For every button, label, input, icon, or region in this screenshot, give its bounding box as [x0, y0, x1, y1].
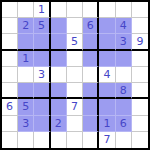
given-digit: 3 [120, 36, 127, 47]
cell-r6c3[interactable] [34, 83, 50, 99]
cell-r2c3[interactable]: 5 [34, 18, 50, 34]
cell-r9c5[interactable] [67, 132, 83, 148]
cell-r1c4[interactable] [51, 2, 67, 18]
given-digit: 5 [38, 20, 45, 31]
cell-r7c3[interactable] [34, 99, 50, 115]
cell-r7c2[interactable]: 5 [18, 99, 34, 115]
cell-r1c6[interactable] [83, 2, 99, 18]
cell-r7c8[interactable] [116, 99, 132, 115]
cell-r7c7[interactable] [99, 99, 115, 115]
cell-r2c1[interactable] [2, 18, 18, 34]
cell-r2c4[interactable] [51, 18, 67, 34]
cell-r5c4[interactable] [51, 67, 67, 83]
cell-r5c6[interactable] [83, 67, 99, 83]
given-digit: 5 [22, 101, 29, 112]
cell-r6c6[interactable] [83, 83, 99, 99]
given-digit: 6 [6, 101, 13, 112]
cell-r4c2[interactable]: 1 [18, 51, 34, 67]
cell-r1c8[interactable] [116, 2, 132, 18]
cell-r4c8[interactable] [116, 51, 132, 67]
cell-r2c8[interactable]: 4 [116, 18, 132, 34]
cell-r8c7[interactable]: 1 [99, 116, 115, 132]
cell-r7c4[interactable] [51, 99, 67, 115]
given-digit: 1 [38, 4, 45, 15]
cell-r7c9[interactable] [132, 99, 148, 115]
cell-r5c5[interactable] [67, 67, 83, 83]
cell-r2c7[interactable] [99, 18, 115, 34]
cell-r7c1[interactable]: 6 [2, 99, 18, 115]
cell-r5c2[interactable] [18, 67, 34, 83]
cell-r6c8[interactable]: 8 [116, 83, 132, 99]
cell-r8c4[interactable]: 2 [51, 116, 67, 132]
cell-r6c4[interactable] [51, 83, 67, 99]
given-digit: 3 [38, 69, 45, 80]
cell-r7c6[interactable] [83, 99, 99, 115]
cell-r2c9[interactable] [132, 18, 148, 34]
given-digit: 1 [103, 118, 110, 129]
cell-r3c9[interactable]: 9 [132, 34, 148, 50]
given-digit: 6 [87, 20, 94, 31]
cell-r3c7[interactable] [99, 34, 115, 50]
cell-r8c9[interactable] [132, 116, 148, 132]
cell-r6c9[interactable] [132, 83, 148, 99]
cell-r3c5[interactable]: 5 [67, 34, 83, 50]
cell-r5c7[interactable]: 4 [99, 67, 115, 83]
cell-r3c6[interactable] [83, 34, 99, 50]
cell-r7c5[interactable]: 7 [67, 99, 83, 115]
cell-r1c1[interactable] [2, 2, 18, 18]
sudoku-board: 12564539134865732167 [0, 0, 150, 150]
cell-r8c5[interactable] [67, 116, 83, 132]
given-digit: 4 [103, 69, 110, 80]
cell-r9c7[interactable]: 7 [99, 132, 115, 148]
cell-r4c1[interactable] [2, 51, 18, 67]
cell-r8c2[interactable]: 3 [18, 116, 34, 132]
cell-r6c2[interactable] [18, 83, 34, 99]
cell-r5c1[interactable] [2, 67, 18, 83]
cell-r4c7[interactable] [99, 51, 115, 67]
cell-r2c6[interactable]: 6 [83, 18, 99, 34]
cell-r1c3[interactable]: 1 [34, 2, 50, 18]
cell-r8c3[interactable] [34, 116, 50, 132]
given-digit: 6 [120, 118, 127, 129]
cell-r5c9[interactable] [132, 67, 148, 83]
given-digit: 7 [103, 134, 110, 145]
cell-r9c2[interactable] [18, 132, 34, 148]
cell-r4c4[interactable] [51, 51, 67, 67]
cell-r3c4[interactable] [51, 34, 67, 50]
cell-r5c8[interactable] [116, 67, 132, 83]
cell-r6c1[interactable] [2, 83, 18, 99]
given-digit: 2 [55, 118, 62, 129]
cell-r4c6[interactable] [83, 51, 99, 67]
cell-r8c1[interactable] [2, 116, 18, 132]
cell-r6c5[interactable] [67, 83, 83, 99]
cell-r1c2[interactable] [18, 2, 34, 18]
cell-r5c3[interactable]: 3 [34, 67, 50, 83]
cell-r1c5[interactable] [67, 2, 83, 18]
cell-r9c8[interactable] [116, 132, 132, 148]
cell-r8c6[interactable] [83, 116, 99, 132]
given-digit: 3 [22, 118, 29, 129]
cell-r4c3[interactable] [34, 51, 50, 67]
cell-r3c2[interactable] [18, 34, 34, 50]
given-digit: 7 [71, 101, 78, 112]
cell-r4c9[interactable] [132, 51, 148, 67]
cell-r3c8[interactable]: 3 [116, 34, 132, 50]
cell-r3c1[interactable] [2, 34, 18, 50]
given-digit: 5 [71, 36, 78, 47]
cell-r9c9[interactable] [132, 132, 148, 148]
cell-r3c3[interactable] [34, 34, 50, 50]
cell-r2c5[interactable] [67, 18, 83, 34]
cell-r9c6[interactable] [83, 132, 99, 148]
cell-r9c4[interactable] [51, 132, 67, 148]
cell-r9c1[interactable] [2, 132, 18, 148]
given-digit: 1 [22, 53, 29, 64]
cell-r6c7[interactable] [99, 83, 115, 99]
cell-r4c5[interactable] [67, 51, 83, 67]
given-digit: 9 [136, 36, 143, 47]
given-digit: 2 [22, 20, 29, 31]
cell-r1c9[interactable] [132, 2, 148, 18]
cell-r9c3[interactable] [34, 132, 50, 148]
cell-r1c7[interactable] [99, 2, 115, 18]
cell-r8c8[interactable]: 6 [116, 116, 132, 132]
cell-r2c2[interactable]: 2 [18, 18, 34, 34]
given-digit: 4 [120, 20, 127, 31]
given-digit: 8 [120, 85, 127, 96]
